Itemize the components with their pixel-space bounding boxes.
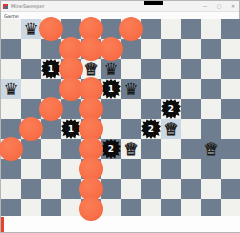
square-r9c4[interactable]	[81, 199, 101, 219]
app-window: MineSweeper — ▢ ✕ Game ♛1♛♛♛1♛212♛2♛♛	[0, 0, 240, 233]
square-r6c7[interactable]	[141, 139, 161, 159]
square-r0c2[interactable]	[41, 19, 61, 39]
app-icon	[3, 4, 8, 9]
titlebar-artifact	[144, 1, 163, 5]
square-r2c11[interactable]	[221, 59, 240, 79]
menubar: Game	[1, 12, 239, 19]
square-r5c6[interactable]	[121, 119, 141, 139]
square-r1c0[interactable]	[1, 39, 21, 59]
square-r6c2[interactable]	[41, 139, 61, 159]
square-r5c11[interactable]	[221, 119, 240, 139]
square-r2c7[interactable]	[141, 59, 161, 79]
white-queen: ♛	[161, 119, 181, 139]
square-r0c0[interactable]	[1, 19, 21, 39]
square-r7c9[interactable]	[181, 159, 201, 179]
close-button[interactable]: ✕	[229, 1, 237, 11]
orange-disc	[99, 37, 123, 61]
square-r7c1[interactable]	[21, 159, 41, 179]
mine-count: 2	[101, 139, 121, 159]
square-r8c1[interactable]	[21, 179, 41, 199]
orange-disc	[39, 97, 63, 121]
square-r6c5[interactable]: 2	[101, 139, 121, 159]
mine-count: 1	[101, 79, 121, 99]
square-r2c3[interactable]	[61, 59, 81, 79]
square-r7c8[interactable]	[161, 159, 181, 179]
square-r1c7[interactable]	[141, 39, 161, 59]
square-r2c0[interactable]	[1, 59, 21, 79]
square-r4c2[interactable]	[41, 99, 61, 119]
square-r4c8[interactable]: 2	[161, 99, 181, 119]
square-r2c9[interactable]	[181, 59, 201, 79]
square-r8c10[interactable]	[201, 179, 221, 199]
square-r5c8[interactable]: ♛	[161, 119, 181, 139]
board: ♛1♛♛♛1♛212♛2♛♛	[1, 19, 240, 219]
square-r1c2[interactable]	[41, 39, 61, 59]
square-r0c7[interactable]	[141, 19, 161, 39]
square-r3c4[interactable]	[81, 79, 101, 99]
square-r6c6[interactable]: ♛	[121, 139, 141, 159]
square-r3c10[interactable]	[201, 79, 221, 99]
square-r4c11[interactable]	[221, 99, 240, 119]
square-r4c3[interactable]	[61, 99, 81, 119]
menu-game[interactable]: Game	[4, 13, 19, 19]
square-r4c1[interactable]	[21, 99, 41, 119]
square-r3c7[interactable]	[141, 79, 161, 99]
square-r7c11[interactable]	[221, 159, 240, 179]
square-r6c4[interactable]	[81, 139, 101, 159]
square-r8c6[interactable]	[121, 179, 141, 199]
square-r2c8[interactable]	[161, 59, 181, 79]
square-r2c10[interactable]	[201, 59, 221, 79]
square-r5c10[interactable]	[201, 119, 221, 139]
square-r7c3[interactable]	[61, 159, 81, 179]
black-queen: ♛	[101, 59, 121, 79]
white-queen: ♛	[121, 139, 141, 159]
mine-count: 1	[41, 59, 61, 79]
orange-disc	[19, 117, 43, 141]
square-r3c9[interactable]	[181, 79, 201, 99]
mine-count: 2	[141, 119, 161, 139]
orange-disc	[119, 17, 143, 41]
footer-strip	[1, 216, 240, 232]
square-r0c1[interactable]: ♛	[21, 19, 41, 39]
square-r4c4[interactable]	[81, 99, 101, 119]
square-r6c0[interactable]	[1, 139, 21, 159]
black-queen: ♛	[121, 79, 141, 99]
square-r4c6[interactable]	[121, 99, 141, 119]
square-r8c3[interactable]	[61, 179, 81, 199]
square-r5c0[interactable]	[1, 119, 21, 139]
square-r6c3[interactable]	[61, 139, 81, 159]
square-r2c5[interactable]: ♛	[101, 59, 121, 79]
square-r6c1[interactable]	[21, 139, 41, 159]
black-queen: ♛	[1, 79, 21, 99]
square-r2c6[interactable]	[121, 59, 141, 79]
white-queen: ♛	[201, 139, 221, 159]
square-r5c7[interactable]: 2	[141, 119, 161, 139]
orange-disc	[39, 17, 63, 41]
square-r1c3[interactable]	[61, 39, 81, 59]
square-r1c4[interactable]	[81, 39, 101, 59]
square-r8c0[interactable]	[1, 179, 21, 199]
square-r0c9[interactable]	[181, 19, 201, 39]
square-r4c10[interactable]	[201, 99, 221, 119]
square-r0c10[interactable]	[201, 19, 221, 39]
square-r1c8[interactable]	[161, 39, 181, 59]
square-r5c1[interactable]	[21, 119, 41, 139]
square-r7c5[interactable]	[101, 159, 121, 179]
square-r0c4[interactable]	[81, 19, 101, 39]
square-r1c5[interactable]	[101, 39, 121, 59]
square-r3c6[interactable]: ♛	[121, 79, 141, 99]
square-r7c0[interactable]	[1, 159, 21, 179]
square-r0c8[interactable]	[161, 19, 181, 39]
square-r2c4[interactable]: ♛	[81, 59, 101, 79]
titlebar[interactable]: MineSweeper — ▢ ✕	[1, 1, 239, 12]
square-r8c8[interactable]	[161, 179, 181, 199]
square-r0c6[interactable]	[121, 19, 141, 39]
square-r4c7[interactable]	[141, 99, 161, 119]
square-r3c5[interactable]: 1	[101, 79, 121, 99]
square-r6c9[interactable]	[181, 139, 201, 159]
square-r0c5[interactable]	[101, 19, 121, 39]
square-r7c2[interactable]	[41, 159, 61, 179]
square-r3c11[interactable]	[221, 79, 240, 99]
mine-count: 2	[161, 99, 181, 119]
square-r5c2[interactable]	[41, 119, 61, 139]
square-r7c7[interactable]	[141, 159, 161, 179]
square-r3c0[interactable]: ♛	[1, 79, 21, 99]
square-r1c9[interactable]	[181, 39, 201, 59]
square-r0c11[interactable]	[221, 19, 240, 39]
square-r5c4[interactable]	[81, 119, 101, 139]
square-r8c5[interactable]	[101, 179, 121, 199]
orange-disc	[79, 197, 103, 221]
square-r3c3[interactable]	[61, 79, 81, 99]
window-title: MineSweeper	[11, 3, 45, 9]
square-r3c2[interactable]	[41, 79, 61, 99]
square-r4c9[interactable]	[181, 99, 201, 119]
orange-disc	[0, 137, 23, 161]
square-r8c11[interactable]	[221, 179, 240, 199]
white-queen: ♛	[81, 59, 101, 79]
square-r5c9[interactable]	[181, 119, 201, 139]
black-queen: ♛	[21, 19, 41, 39]
square-r1c10[interactable]	[201, 39, 221, 59]
square-r2c2[interactable]: 1	[41, 59, 61, 79]
square-r1c6[interactable]	[121, 39, 141, 59]
square-r4c0[interactable]	[1, 99, 21, 119]
square-r6c11[interactable]	[221, 139, 240, 159]
maximize-button[interactable]: ▢	[215, 1, 223, 11]
square-r1c1[interactable]	[21, 39, 41, 59]
square-r7c6[interactable]	[121, 159, 141, 179]
square-r8c4[interactable]	[81, 179, 101, 199]
square-r5c5[interactable]	[101, 119, 121, 139]
square-r8c2[interactable]	[41, 179, 61, 199]
red-mark	[1, 217, 4, 232]
square-r7c4[interactable]	[81, 159, 101, 179]
square-r4c5[interactable]	[101, 99, 121, 119]
square-r6c10[interactable]: ♛	[201, 139, 221, 159]
square-r3c8[interactable]	[161, 79, 181, 99]
mine-count: 1	[61, 119, 81, 139]
square-r1c11[interactable]	[221, 39, 240, 59]
square-r8c7[interactable]	[141, 179, 161, 199]
minimize-button[interactable]: —	[201, 1, 209, 11]
square-r2c1[interactable]	[21, 59, 41, 79]
square-r5c3[interactable]: 1	[61, 119, 81, 139]
square-r6c8[interactable]	[161, 139, 181, 159]
square-r0c3[interactable]	[61, 19, 81, 39]
square-r8c9[interactable]	[181, 179, 201, 199]
square-r7c10[interactable]	[201, 159, 221, 179]
window-controls: — ▢ ✕	[201, 1, 237, 11]
square-r3c1[interactable]	[21, 79, 41, 99]
